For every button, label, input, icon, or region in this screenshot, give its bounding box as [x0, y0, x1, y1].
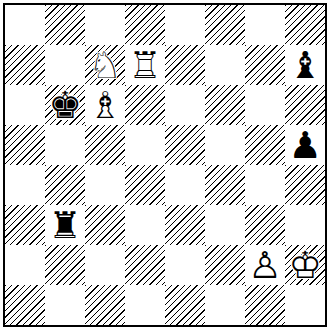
square-b6[interactable]: ♚	[45, 85, 85, 125]
piece-fill-layer: ♞	[85, 45, 125, 85]
square-d7[interactable]: ♜♖	[125, 45, 165, 85]
square-g2[interactable]: ♟♙	[245, 245, 285, 285]
square-h3[interactable]	[285, 205, 325, 245]
square-c8[interactable]	[85, 5, 125, 45]
piece-outline-layer: ♔	[285, 245, 325, 285]
square-d4[interactable]	[125, 165, 165, 205]
white-king: ♚♔	[285, 245, 325, 285]
square-d6[interactable]	[125, 85, 165, 125]
square-f3[interactable]	[205, 205, 245, 245]
square-a4[interactable]	[5, 165, 45, 205]
piece-outline-layer: ♖	[125, 45, 165, 85]
square-f5[interactable]	[205, 125, 245, 165]
square-b3[interactable]: ♜	[45, 205, 85, 245]
black-bishop: ♝	[285, 45, 325, 85]
square-b5[interactable]	[45, 125, 85, 165]
square-c4[interactable]	[85, 165, 125, 205]
piece-fill-layer: ♟	[245, 245, 285, 285]
square-d3[interactable]	[125, 205, 165, 245]
square-a7[interactable]	[5, 45, 45, 85]
square-g7[interactable]	[245, 45, 285, 85]
square-e7[interactable]	[165, 45, 205, 85]
black-rook: ♜	[45, 205, 85, 245]
piece-glyph: ♝	[285, 45, 325, 85]
square-b1[interactable]	[45, 285, 85, 325]
piece-glyph: ♚	[45, 85, 85, 125]
square-a3[interactable]	[5, 205, 45, 245]
square-a5[interactable]	[5, 125, 45, 165]
square-b7[interactable]	[45, 45, 85, 85]
white-bishop: ♝♗	[85, 85, 125, 125]
square-c6[interactable]: ♝♗	[85, 85, 125, 125]
square-c2[interactable]	[85, 245, 125, 285]
square-a6[interactable]	[5, 85, 45, 125]
square-f1[interactable]	[205, 285, 245, 325]
square-c5[interactable]	[85, 125, 125, 165]
piece-glyph: ♟	[285, 125, 325, 165]
board-frame: ♞♘♜♖♝♚♝♗♟♜♟♙♚♔	[3, 3, 327, 327]
square-c7[interactable]: ♞♘	[85, 45, 125, 85]
white-pawn: ♟♙	[245, 245, 285, 285]
square-h7[interactable]: ♝	[285, 45, 325, 85]
square-f2[interactable]	[205, 245, 245, 285]
square-g3[interactable]	[245, 205, 285, 245]
square-c3[interactable]	[85, 205, 125, 245]
square-e6[interactable]	[165, 85, 205, 125]
piece-outline-layer: ♙	[245, 245, 285, 285]
square-h6[interactable]	[285, 85, 325, 125]
square-b4[interactable]	[45, 165, 85, 205]
piece-outline-layer: ♘	[85, 45, 125, 85]
square-g8[interactable]	[245, 5, 285, 45]
black-king: ♚	[45, 85, 85, 125]
square-e4[interactable]	[165, 165, 205, 205]
square-h8[interactable]	[285, 5, 325, 45]
square-d8[interactable]	[125, 5, 165, 45]
square-f6[interactable]	[205, 85, 245, 125]
square-b8[interactable]	[45, 5, 85, 45]
square-f8[interactable]	[205, 5, 245, 45]
white-rook: ♜♖	[125, 45, 165, 85]
piece-glyph: ♜	[45, 205, 85, 245]
square-c1[interactable]	[85, 285, 125, 325]
square-g6[interactable]	[245, 85, 285, 125]
square-a8[interactable]	[5, 5, 45, 45]
square-f7[interactable]	[205, 45, 245, 85]
piece-fill-layer: ♚	[285, 245, 325, 285]
square-e5[interactable]	[165, 125, 205, 165]
square-f4[interactable]	[205, 165, 245, 205]
chess-board: ♞♘♜♖♝♚♝♗♟♜♟♙♚♔	[5, 5, 325, 325]
piece-outline-layer: ♗	[85, 85, 125, 125]
chess-diagram: ♞♘♜♖♝♚♝♗♟♜♟♙♚♔	[0, 0, 332, 332]
square-e1[interactable]	[165, 285, 205, 325]
square-h1[interactable]	[285, 285, 325, 325]
square-d5[interactable]	[125, 125, 165, 165]
square-h2[interactable]: ♚♔	[285, 245, 325, 285]
square-e3[interactable]	[165, 205, 205, 245]
square-b2[interactable]	[45, 245, 85, 285]
square-a1[interactable]	[5, 285, 45, 325]
square-g5[interactable]	[245, 125, 285, 165]
square-d2[interactable]	[125, 245, 165, 285]
square-e8[interactable]	[165, 5, 205, 45]
square-g4[interactable]	[245, 165, 285, 205]
square-h5[interactable]: ♟	[285, 125, 325, 165]
square-d1[interactable]	[125, 285, 165, 325]
piece-fill-layer: ♜	[125, 45, 165, 85]
white-knight: ♞♘	[85, 45, 125, 85]
square-a2[interactable]	[5, 245, 45, 285]
piece-fill-layer: ♝	[85, 85, 125, 125]
square-e2[interactable]	[165, 245, 205, 285]
square-h4[interactable]	[285, 165, 325, 205]
black-pawn: ♟	[285, 125, 325, 165]
square-g1[interactable]	[245, 285, 285, 325]
